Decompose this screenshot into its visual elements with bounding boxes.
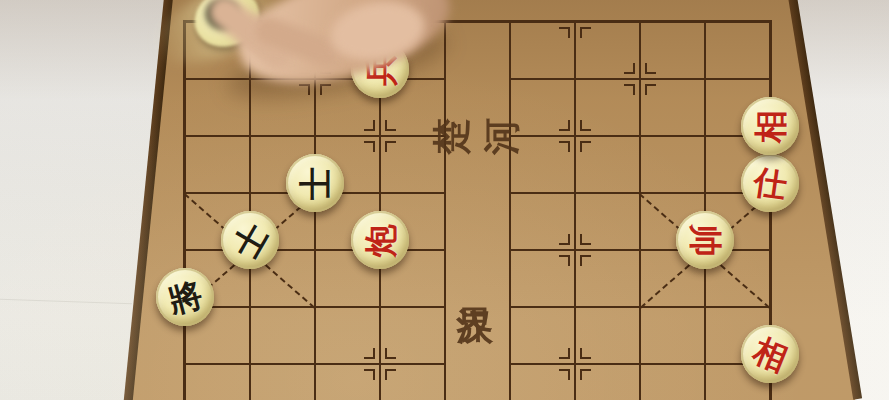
point-marker [559,255,570,266]
piece-black-general[interactable]: 將 [156,268,214,326]
piece-character: 將 [165,277,205,317]
river-label-chu-he: 楚河 [429,85,525,155]
piece-black-advisor[interactable]: 士 [286,154,344,212]
xiangqi-photo-scene: 楚河 汉界 將士士兵炮帅仕相相 [0,0,889,400]
piece-character: 相 [749,333,792,376]
piece-character: 帅 [689,224,722,257]
piece-character: 炮 [364,224,397,257]
point-marker [559,369,570,380]
point-marker [580,141,591,152]
piece-red-elephant[interactable]: 相 [741,97,799,155]
point-marker [624,84,635,95]
piece-character: 士 [227,217,272,262]
point-marker [624,63,635,74]
piece-red-elephant[interactable]: 相 [741,325,799,383]
point-marker [580,120,591,131]
piece-character: 士 [299,167,332,200]
point-marker [385,348,396,359]
piece-character: 仕 [751,164,788,201]
point-marker [385,141,396,152]
piece-red-cannon[interactable]: 炮 [351,211,409,269]
point-marker [645,63,656,74]
piece-black-advisor[interactable]: 士 [221,211,279,269]
point-marker [364,141,375,152]
point-marker [580,369,591,380]
point-marker [559,234,570,245]
point-marker [580,348,591,359]
point-marker [580,27,591,38]
point-marker [645,84,656,95]
piece-red-general[interactable]: 帅 [676,211,734,269]
point-marker [364,369,375,380]
point-marker [559,27,570,38]
point-marker [385,120,396,131]
piece-red-advisor[interactable]: 仕 [741,154,799,212]
point-marker [559,120,570,131]
point-marker [580,234,591,245]
point-marker [559,141,570,152]
point-marker [364,348,375,359]
point-marker [559,348,570,359]
point-marker [364,120,375,131]
piece-character: 相 [754,110,787,143]
point-marker [580,255,591,266]
point-marker [385,369,396,380]
